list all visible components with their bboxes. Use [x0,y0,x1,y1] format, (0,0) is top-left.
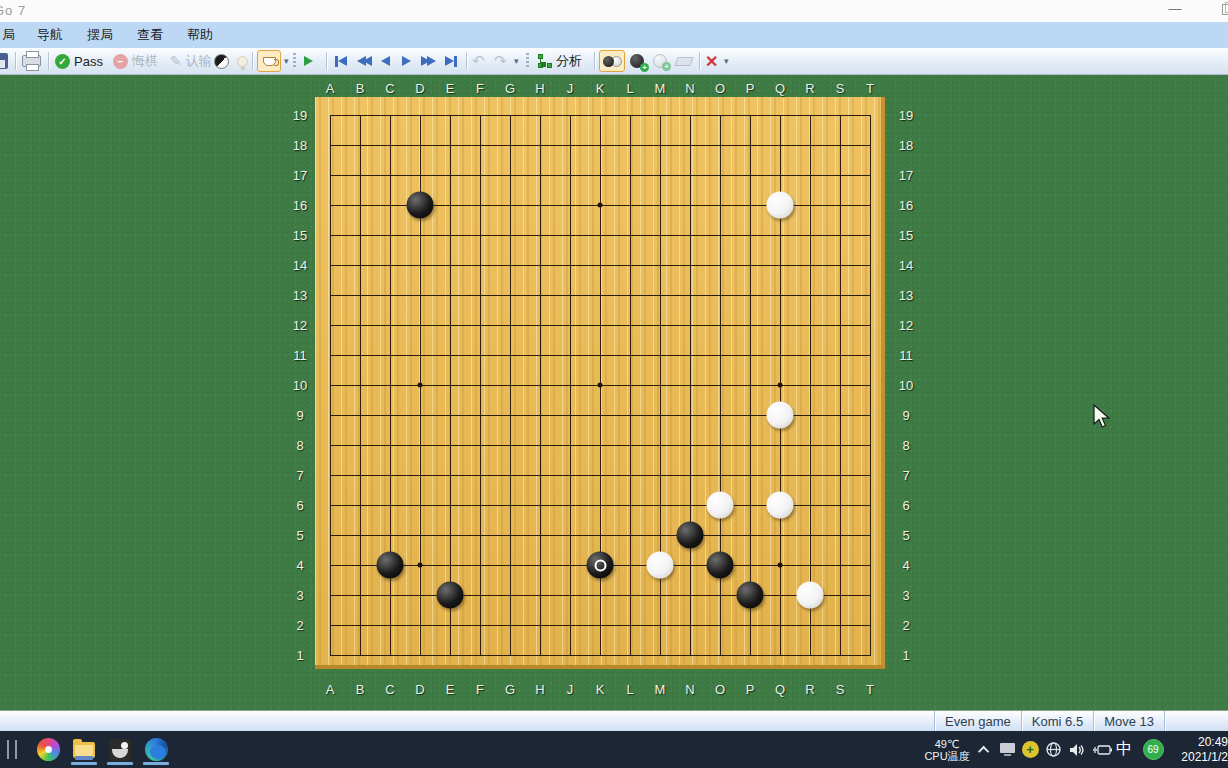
nav-forward-button[interactable] [402,48,411,74]
battery-percent-widget[interactable]: 69 [1140,731,1166,768]
coord-label-9: 9 [296,408,303,423]
clock-time: 20:49 [1181,735,1228,750]
coord-label-9: 9 [902,408,909,423]
coord-label-16: 16 [293,198,307,213]
coord-label-11: 11 [899,348,913,363]
running-indicator [143,762,169,765]
nav-fast-forward-button[interactable] [421,48,436,74]
coord-label-H: H [535,682,544,697]
coord-label-16: 16 [899,198,913,213]
coord-label-A: A [326,682,335,697]
menu-item-4[interactable]: 查看 [125,22,175,48]
plus-badge-icon: + [640,63,649,72]
globe-icon [1045,741,1062,758]
restore-button[interactable] [1222,4,1228,15]
coord-label-15: 15 [899,228,913,243]
pass-button[interactable]: ✓ Pass [55,48,103,74]
browser-icon [37,738,60,761]
coord-label-1: 1 [902,648,909,663]
add-black-icon: + [630,54,644,68]
star-point-D10 [418,383,423,388]
edit-stones-button[interactable] [599,50,625,72]
teacup-icon [263,57,276,66]
toolbar-separator [594,52,595,70]
analyze-label: 分析 [556,52,582,70]
edit-dropdown[interactable]: ▾ [724,48,729,74]
status-pane-empty [1164,711,1228,731]
coord-label-G: G [505,682,515,697]
forward-icon [402,56,411,66]
coord-label-C: C [385,682,394,697]
grid-line [810,115,811,656]
taskbar-edge-button[interactable] [142,731,170,768]
battery-icon [1092,744,1112,756]
coord-label-17: 17 [899,168,913,183]
coord-label-17: 17 [293,168,307,183]
go-app-icon [109,739,131,761]
stone-P3[interactable] [737,582,764,609]
menu-bar: 局导航摆局查看帮助 [0,22,1228,48]
stone-K4[interactable] [587,552,614,579]
lightbulb-icon [237,56,248,67]
coord-label-19: 19 [293,108,307,123]
stone-Q9[interactable] [767,402,794,429]
nav-first-button[interactable] [335,48,347,74]
coord-label-T: T [866,81,874,96]
cpu-temp-value: 49℃ [924,738,969,750]
coord-label-10: 10 [293,378,307,393]
undo-minus-icon: − [113,54,128,69]
status-pane-2: Komi 6.5 [1021,711,1093,731]
coord-label-6: 6 [902,498,909,513]
stone-E3[interactable] [437,582,464,609]
coord-label-6: 6 [296,498,303,513]
menu-item-5[interactable]: 帮助 [175,22,225,48]
play-button[interactable] [304,48,313,74]
grid-line [330,535,871,536]
eraser-icon [674,57,693,66]
coord-label-M: M [655,682,666,697]
tray-network-button[interactable] [1042,731,1064,768]
coord-label-18: 18 [899,138,913,153]
star-point-K16 [598,203,603,208]
running-indicator [107,762,133,765]
grid-line [330,595,871,596]
yin-yang-icon [214,54,229,69]
coord-label-3: 3 [296,588,303,603]
coord-label-1: 1 [296,648,303,663]
stone-R3[interactable] [797,582,824,609]
toolbar-separator [48,52,49,70]
tray-antivirus-button[interactable]: + [1019,731,1041,768]
nav-last-button[interactable] [445,48,457,74]
back-icon [381,56,390,66]
status-pane-3: Move 13 [1093,711,1164,731]
taskbar-browser-button[interactable] [34,731,62,768]
coord-label-R: R [805,682,814,697]
analyze-button[interactable]: 分析 [538,48,582,74]
plus-shield-icon: + [1022,741,1039,758]
coord-label-14: 14 [293,258,307,273]
plus-badge-icon: + [662,62,671,71]
clock-widget[interactable]: 20:49 2021/1/2 [1172,731,1228,768]
toolbar-grip[interactable] [526,53,529,69]
taskbar-go-app-button[interactable] [106,731,134,768]
coord-label-E: E [446,81,455,96]
board-background: AABBCCDDEEFFGGHHJJKKLLMMNNOOPPQQRRSSTT19… [0,75,1228,710]
print-button[interactable] [22,48,41,74]
pass-check-icon: ✓ [55,54,70,69]
clock-date: 2021/1/2 [1181,750,1228,765]
stone-Q16[interactable] [767,192,794,219]
variation-undo-button[interactable]: ↶ [472,48,485,74]
coord-label-K: K [596,682,605,697]
coord-label-19: 19 [899,108,913,123]
coord-label-O: O [715,682,725,697]
coord-label-F: F [476,81,484,96]
coord-label-E: E [446,682,455,697]
coord-label-J: J [567,682,574,697]
coord-label-B: B [356,682,365,697]
coord-label-4: 4 [296,558,303,573]
coord-label-13: 13 [899,288,913,303]
menu-item-3[interactable]: 摆局 [75,22,125,48]
coord-label-J: J [567,81,574,96]
coord-label-12: 12 [293,318,307,333]
coord-label-A: A [326,81,335,96]
toolbar-separator [326,52,327,70]
tray-display-button[interactable] [996,731,1018,768]
minimize-button[interactable]: — [1162,0,1188,20]
coord-label-7: 7 [296,468,303,483]
coord-label-C: C [385,81,394,96]
nav-back-button[interactable] [381,48,390,74]
save-icon [0,53,8,69]
partial-taskbar-icon [7,740,17,759]
coord-label-S: S [836,682,845,697]
coord-label-Q: Q [775,81,785,96]
coord-label-7: 7 [902,468,909,483]
coord-label-T: T [866,682,874,697]
coord-label-G: G [505,81,515,96]
nav-last-icon [445,56,454,66]
erase-button[interactable] [676,48,692,74]
fast-back-icon2 [363,56,372,66]
coord-label-10: 10 [899,378,913,393]
monitor-icon [999,742,1016,757]
star-point-Q10 [778,383,783,388]
toolbar-separator [699,52,700,70]
taskbar-explorer-button[interactable] [70,731,98,768]
coord-label-2: 2 [902,618,909,633]
coord-label-5: 5 [296,528,303,543]
go-board[interactable] [315,97,885,669]
battery-percent-value: 69 [1143,739,1164,760]
coord-label-L: L [626,682,633,697]
cpu-temp-widget[interactable]: 49℃ CPU温度 [918,731,976,768]
coord-label-8: 8 [902,438,909,453]
screen: Go 7 — 局导航摆局查看帮助 ✓ Pass − 悔棋 ✎ 认输 ▾ [0,0,1228,768]
cpu-temp-label: CPU温度 [924,750,969,762]
toolbar-separator [15,52,16,70]
toolbar-grip[interactable] [293,53,296,69]
grid-line [750,115,751,656]
coord-label-D: D [415,81,424,96]
coord-label-13: 13 [293,288,307,303]
coord-label-L: L [626,81,633,96]
toolbar: ✓ Pass − 悔棋 ✎ 认输 ▾ ↶ ↷ ▾ 分析 [0,48,1228,75]
coord-label-B: B [356,81,365,96]
delete-button[interactable]: ✕ [705,48,718,74]
swap-color-button[interactable] [214,48,229,74]
grid-line [630,115,631,656]
resign-hand-icon: ✎ [170,53,182,69]
coord-label-15: 15 [293,228,307,243]
grid-line [840,115,841,656]
analysis-tree-icon [538,54,552,68]
printer-icon [22,55,41,67]
stone-O4[interactable] [707,552,734,579]
tray-battery-button[interactable] [1090,731,1114,768]
coord-label-3: 3 [902,588,909,603]
coord-label-P: P [746,81,755,96]
coord-label-18: 18 [293,138,307,153]
grid-line [330,475,871,476]
star-point-K10 [598,383,603,388]
last-move-marker [594,559,606,571]
hint-button[interactable] [237,48,248,74]
undo-move-button[interactable]: − 悔棋 [113,48,158,74]
ime-indicator[interactable]: 中 [1112,731,1136,768]
coord-label-2: 2 [296,618,303,633]
grid-line [330,655,871,656]
coord-label-N: N [685,682,694,697]
coord-label-M: M [655,81,666,96]
coord-label-Q: Q [775,682,785,697]
toolbar-separator [252,52,253,70]
coord-label-H: H [535,81,544,96]
coord-label-O: O [715,81,725,96]
stone-D16[interactable] [407,192,434,219]
title-bar: Go 7 — [0,0,1228,22]
play-icon [304,56,313,66]
nav-bar-icon [454,56,457,67]
menu-item-2[interactable]: 导航 [25,22,75,48]
folder-icon [73,742,95,758]
coord-label-N: N [685,81,694,96]
coord-label-F: F [476,682,484,697]
add-white-button[interactable]: + [653,48,667,74]
mouse-cursor [1093,404,1111,430]
coord-label-14: 14 [899,258,913,273]
nav-dropdown[interactable]: ▾ [514,48,519,74]
stone-C4[interactable] [377,552,404,579]
taskbar: 49℃ CPU温度 + [0,731,1228,768]
coord-label-S: S [836,81,845,96]
status-bar: Even gameKomi 6.5Move 13 [0,710,1228,731]
grid-line [330,445,871,446]
stone-O6[interactable] [707,492,734,519]
tray-volume-button[interactable] [1066,731,1088,768]
stone-Q6[interactable] [767,492,794,519]
coord-label-12: 12 [899,318,913,333]
speaker-icon [1068,742,1086,758]
stone-M4[interactable] [647,552,674,579]
grid-line [690,115,691,656]
coord-label-D: D [415,682,424,697]
status-pane-1: Even game [934,711,1021,731]
pass-label: Pass [74,54,103,69]
coord-label-R: R [805,81,814,96]
running-indicator [71,762,97,765]
variation-redo-button[interactable]: ↷ [494,48,507,74]
add-white-icon: + [653,54,667,68]
nav-first-icon [338,56,347,66]
menu-item-1[interactable]: 局 [0,22,25,48]
coord-label-11: 11 [293,348,307,363]
grid-line [330,625,871,626]
resign-label: 认输 [186,52,212,70]
coord-label-K: K [596,81,605,96]
chevron-up-icon [978,745,989,756]
undo-move-label: 悔棋 [132,52,158,70]
coord-label-4: 4 [902,558,909,573]
coord-label-8: 8 [296,438,303,453]
resign-button[interactable]: ✎ 认输 [170,48,212,74]
coord-label-5: 5 [902,528,909,543]
star-point-Q4 [778,563,783,568]
black-stone-icon [603,56,614,67]
add-black-button[interactable]: + [630,48,644,74]
nav-fast-back-button[interactable] [357,48,372,74]
coord-label-P: P [746,682,755,697]
window-title: Go 7 [0,3,26,18]
save-button[interactable] [0,48,8,74]
toolbar-separator [466,52,467,70]
stone-N5[interactable] [677,522,704,549]
star-point-D4 [418,563,423,568]
fast-forward-icon2 [427,56,436,66]
edge-icon [145,738,168,761]
mode-dropdown[interactable]: ▾ [284,48,289,74]
game-mode-button[interactable] [257,50,281,72]
tray-expand-button[interactable] [976,731,994,768]
grid-line [870,115,871,656]
